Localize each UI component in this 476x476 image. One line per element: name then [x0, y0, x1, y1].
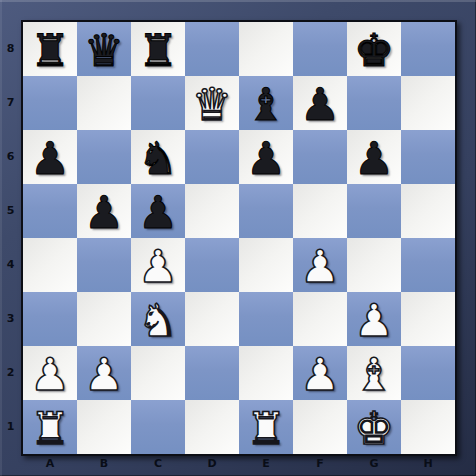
white-pawn[interactable]: ♟	[23, 346, 77, 400]
square-h3[interactable]	[401, 292, 455, 346]
black-pawn[interactable]: ♟	[347, 130, 401, 184]
square-e8[interactable]	[239, 22, 293, 76]
square-d8[interactable]	[185, 22, 239, 76]
white-queen[interactable]: ♛	[185, 76, 239, 130]
square-c3[interactable]: ♞	[131, 292, 185, 346]
square-b7[interactable]	[77, 76, 131, 130]
rank-label: 4	[0, 238, 21, 292]
black-pawn[interactable]: ♟	[239, 130, 293, 184]
chess-diagram: ♜♛♜♚♛♝♟♟♞♟♟♟♟♟♟♞♟♟♟♟♝♜♜♚ 87654321ABCDEFG…	[0, 0, 476, 476]
square-h1[interactable]	[401, 400, 455, 454]
white-pawn[interactable]: ♟	[131, 238, 185, 292]
square-b8[interactable]: ♛	[77, 22, 131, 76]
rank-label: 7	[0, 76, 21, 130]
square-g1[interactable]: ♚	[347, 400, 401, 454]
chess-board: ♜♛♜♚♛♝♟♟♞♟♟♟♟♟♟♞♟♟♟♟♝♜♜♚	[21, 20, 457, 456]
file-label: G	[347, 456, 401, 474]
square-g3[interactable]: ♟	[347, 292, 401, 346]
square-d1[interactable]	[185, 400, 239, 454]
file-label: A	[23, 456, 77, 474]
square-b5[interactable]: ♟	[77, 184, 131, 238]
square-c7[interactable]	[131, 76, 185, 130]
square-f4[interactable]: ♟	[293, 238, 347, 292]
file-label: D	[185, 456, 239, 474]
square-f8[interactable]	[293, 22, 347, 76]
square-c8[interactable]: ♜	[131, 22, 185, 76]
rank-label: 5	[0, 184, 21, 238]
square-e5[interactable]	[239, 184, 293, 238]
file-label: B	[77, 456, 131, 474]
square-g6[interactable]: ♟	[347, 130, 401, 184]
square-g8[interactable]: ♚	[347, 22, 401, 76]
black-pawn[interactable]: ♟	[293, 76, 347, 130]
square-a4[interactable]	[23, 238, 77, 292]
square-g7[interactable]	[347, 76, 401, 130]
square-h7[interactable]	[401, 76, 455, 130]
square-e6[interactable]: ♟	[239, 130, 293, 184]
square-a3[interactable]	[23, 292, 77, 346]
square-f6[interactable]	[293, 130, 347, 184]
file-label: C	[131, 456, 185, 474]
white-knight[interactable]: ♞	[131, 292, 185, 346]
file-label: E	[239, 456, 293, 474]
black-pawn[interactable]: ♟	[77, 184, 131, 238]
rank-label: 8	[0, 22, 21, 76]
square-h6[interactable]	[401, 130, 455, 184]
square-b2[interactable]: ♟	[77, 346, 131, 400]
square-e1[interactable]: ♜	[239, 400, 293, 454]
square-c6[interactable]: ♞	[131, 130, 185, 184]
square-h8[interactable]	[401, 22, 455, 76]
square-b1[interactable]	[77, 400, 131, 454]
square-c5[interactable]: ♟	[131, 184, 185, 238]
black-pawn[interactable]: ♟	[23, 130, 77, 184]
file-label: H	[401, 456, 455, 474]
square-e4[interactable]	[239, 238, 293, 292]
black-king[interactable]: ♚	[347, 22, 401, 76]
square-f3[interactable]	[293, 292, 347, 346]
square-d2[interactable]	[185, 346, 239, 400]
square-d5[interactable]	[185, 184, 239, 238]
square-d3[interactable]	[185, 292, 239, 346]
white-king[interactable]: ♚	[347, 400, 401, 454]
square-e2[interactable]	[239, 346, 293, 400]
square-g5[interactable]	[347, 184, 401, 238]
square-h5[interactable]	[401, 184, 455, 238]
file-label: F	[293, 456, 347, 474]
black-rook[interactable]: ♜	[131, 22, 185, 76]
square-g2[interactable]: ♝	[347, 346, 401, 400]
square-h4[interactable]	[401, 238, 455, 292]
black-rook[interactable]: ♜	[23, 22, 77, 76]
square-b4[interactable]	[77, 238, 131, 292]
white-bishop[interactable]: ♝	[347, 346, 401, 400]
white-rook[interactable]: ♜	[239, 400, 293, 454]
rank-label: 3	[0, 292, 21, 346]
square-d7[interactable]: ♛	[185, 76, 239, 130]
square-f2[interactable]: ♟	[293, 346, 347, 400]
square-e7[interactable]: ♝	[239, 76, 293, 130]
black-knight[interactable]: ♞	[131, 130, 185, 184]
square-d6[interactable]	[185, 130, 239, 184]
white-pawn[interactable]: ♟	[293, 346, 347, 400]
rank-label: 1	[0, 400, 21, 454]
square-e3[interactable]	[239, 292, 293, 346]
black-pawn[interactable]: ♟	[131, 184, 185, 238]
white-rook[interactable]: ♜	[23, 400, 77, 454]
rank-label: 6	[0, 130, 21, 184]
square-c2[interactable]	[131, 346, 185, 400]
square-c4[interactable]: ♟	[131, 238, 185, 292]
white-pawn[interactable]: ♟	[347, 292, 401, 346]
square-a7[interactable]	[23, 76, 77, 130]
square-a2[interactable]: ♟	[23, 346, 77, 400]
square-a6[interactable]: ♟	[23, 130, 77, 184]
white-pawn[interactable]: ♟	[77, 346, 131, 400]
square-f5[interactable]	[293, 184, 347, 238]
rank-label: 2	[0, 346, 21, 400]
square-c1[interactable]	[131, 400, 185, 454]
square-f1[interactable]	[293, 400, 347, 454]
black-bishop[interactable]: ♝	[239, 76, 293, 130]
square-f7[interactable]: ♟	[293, 76, 347, 130]
square-b6[interactable]	[77, 130, 131, 184]
square-g4[interactable]	[347, 238, 401, 292]
square-a5[interactable]	[23, 184, 77, 238]
square-b3[interactable]	[77, 292, 131, 346]
square-a1[interactable]: ♜	[23, 400, 77, 454]
square-d4[interactable]	[185, 238, 239, 292]
black-queen[interactable]: ♛	[77, 22, 131, 76]
white-pawn[interactable]: ♟	[293, 238, 347, 292]
square-a8[interactable]: ♜	[23, 22, 77, 76]
square-h2[interactable]	[401, 346, 455, 400]
